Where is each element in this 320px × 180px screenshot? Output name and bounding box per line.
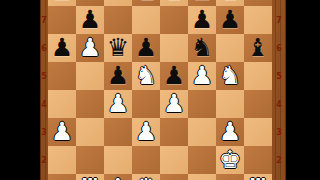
square-c2[interactable]	[104, 146, 132, 174]
square-a5[interactable]	[48, 62, 76, 90]
chess-board[interactable]: ♜♞♝♜♚♟♟♟♟♟♛♟♞♝♟♞♟♟♞♟♟♟♟♟♚♜♝♛♜	[48, 0, 272, 180]
square-f6[interactable]: ♞	[188, 34, 216, 62]
piece-black-pawn[interactable]: ♟	[79, 6, 101, 34]
square-h2[interactable]	[244, 146, 272, 174]
square-e5[interactable]: ♟	[160, 62, 188, 90]
rank-label-4: 4	[40, 90, 48, 118]
square-g4[interactable]	[216, 90, 244, 118]
piece-white-pawn[interactable]: ♟	[135, 118, 157, 146]
square-h5[interactable]	[244, 62, 272, 90]
square-c4[interactable]: ♟	[104, 90, 132, 118]
square-e1[interactable]	[160, 174, 188, 180]
piece-white-bishop[interactable]: ♝	[107, 174, 129, 180]
rank-label-5: 5	[40, 62, 48, 90]
piece-white-pawn[interactable]: ♟	[107, 90, 129, 118]
rank-label-2: 2	[40, 146, 48, 174]
piece-black-knight[interactable]: ♞	[191, 34, 213, 62]
rank-label-3: 3	[40, 118, 48, 146]
square-h6[interactable]: ♝	[244, 34, 272, 62]
square-g7[interactable]: ♟	[216, 6, 244, 34]
piece-black-bishop[interactable]: ♝	[247, 34, 269, 62]
square-f7[interactable]: ♟	[188, 6, 216, 34]
square-d3[interactable]: ♟	[132, 118, 160, 146]
rank-label-2: 2	[272, 146, 286, 174]
piece-white-pawn[interactable]: ♟	[219, 118, 241, 146]
square-d4[interactable]	[132, 90, 160, 118]
square-g6[interactable]	[216, 34, 244, 62]
square-e2[interactable]	[160, 146, 188, 174]
square-d1[interactable]: ♛	[132, 174, 160, 180]
rank-label-3: 3	[272, 118, 286, 146]
square-e3[interactable]	[160, 118, 188, 146]
rank-label-5: 5	[272, 62, 286, 90]
square-a7[interactable]	[48, 6, 76, 34]
rank-label-1: 1	[40, 174, 48, 180]
piece-black-pawn[interactable]: ♟	[135, 34, 157, 62]
square-h7[interactable]	[244, 6, 272, 34]
piece-white-pawn[interactable]: ♟	[191, 62, 213, 90]
piece-white-pawn[interactable]: ♟	[51, 118, 73, 146]
square-b5[interactable]	[76, 62, 104, 90]
piece-white-knight[interactable]: ♞	[135, 62, 157, 90]
square-a6[interactable]: ♟	[48, 34, 76, 62]
piece-black-pawn[interactable]: ♟	[219, 6, 241, 34]
square-h3[interactable]	[244, 118, 272, 146]
square-b3[interactable]	[76, 118, 104, 146]
square-a4[interactable]	[48, 90, 76, 118]
piece-black-pawn[interactable]: ♟	[51, 34, 73, 62]
piece-white-queen[interactable]: ♛	[135, 174, 157, 180]
rank-label-1: 1	[272, 174, 286, 180]
piece-black-queen[interactable]: ♛	[107, 34, 129, 62]
square-e6[interactable]	[160, 34, 188, 62]
square-f1[interactable]	[188, 174, 216, 180]
square-d2[interactable]	[132, 146, 160, 174]
square-c7[interactable]	[104, 6, 132, 34]
piece-white-king[interactable]: ♚	[219, 146, 241, 174]
square-a2[interactable]	[48, 146, 76, 174]
square-e4[interactable]: ♟	[160, 90, 188, 118]
square-b2[interactable]	[76, 146, 104, 174]
square-d7[interactable]	[132, 6, 160, 34]
square-b4[interactable]	[76, 90, 104, 118]
square-g2[interactable]: ♚	[216, 146, 244, 174]
piece-white-knight[interactable]: ♞	[219, 62, 241, 90]
square-c5[interactable]: ♟	[104, 62, 132, 90]
square-c3[interactable]	[104, 118, 132, 146]
square-g1[interactable]	[216, 174, 244, 180]
square-a3[interactable]: ♟	[48, 118, 76, 146]
square-d5[interactable]: ♞	[132, 62, 160, 90]
rank-label-7: 7	[40, 6, 48, 34]
chess-board-frame: 87654321 87654321 ♜♞♝♜♚♟♟♟♟♟♛♟♞♝♟♞♟♟♞♟♟♟…	[40, 0, 286, 180]
square-b1[interactable]: ♜	[76, 174, 104, 180]
rank-label-4: 4	[272, 90, 286, 118]
square-g5[interactable]: ♞	[216, 62, 244, 90]
piece-white-pawn[interactable]: ♟	[79, 34, 101, 62]
square-f2[interactable]	[188, 146, 216, 174]
square-f5[interactable]: ♟	[188, 62, 216, 90]
square-f3[interactable]	[188, 118, 216, 146]
rank-label-7: 7	[272, 6, 286, 34]
rank-label-6: 6	[40, 34, 48, 62]
piece-white-rook[interactable]: ♜	[247, 174, 269, 180]
piece-black-pawn[interactable]: ♟	[191, 6, 213, 34]
square-a1[interactable]	[48, 174, 76, 180]
square-h4[interactable]	[244, 90, 272, 118]
square-c6[interactable]: ♛	[104, 34, 132, 62]
rank-labels-right: 87654321	[272, 0, 286, 180]
piece-white-pawn[interactable]: ♟	[163, 90, 185, 118]
square-f4[interactable]	[188, 90, 216, 118]
rank-label-6: 6	[272, 34, 286, 62]
square-c1[interactable]: ♝	[104, 174, 132, 180]
piece-black-pawn[interactable]: ♟	[163, 62, 185, 90]
square-b7[interactable]: ♟	[76, 6, 104, 34]
piece-black-pawn[interactable]: ♟	[107, 62, 129, 90]
piece-white-rook[interactable]: ♜	[79, 174, 101, 180]
square-h1[interactable]: ♜	[244, 174, 272, 180]
rank-labels-left: 87654321	[40, 0, 48, 180]
square-e7[interactable]	[160, 6, 188, 34]
square-g3[interactable]: ♟	[216, 118, 244, 146]
square-d6[interactable]: ♟	[132, 34, 160, 62]
square-b6[interactable]: ♟	[76, 34, 104, 62]
diagram-canvas: 87654321 87654321 ♜♞♝♜♚♟♟♟♟♟♛♟♞♝♟♞♟♟♞♟♟♟…	[0, 0, 320, 180]
